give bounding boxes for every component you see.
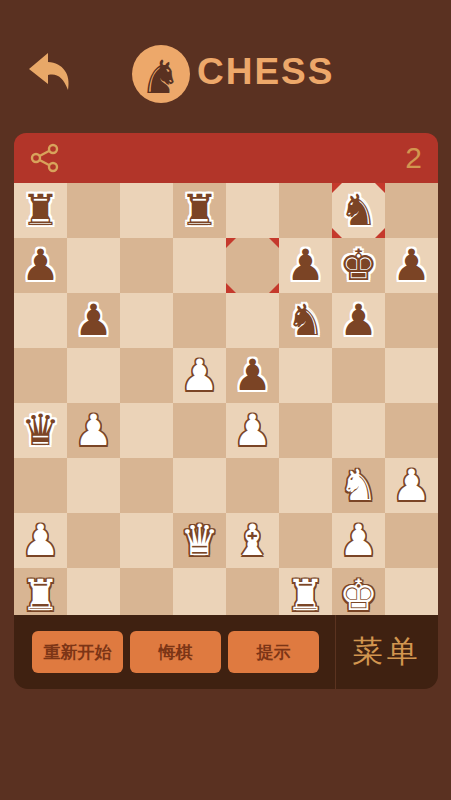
back-button[interactable] — [26, 50, 74, 94]
black-pawn: ♟ — [67, 293, 120, 348]
black-rook: ♜ — [173, 183, 226, 238]
highlight-corner-icon — [375, 183, 385, 193]
square-h4[interactable] — [385, 403, 438, 458]
square-g2[interactable]: ♟ — [332, 513, 385, 568]
square-a3[interactable] — [14, 458, 67, 513]
square-f8[interactable] — [279, 183, 332, 238]
square-f3[interactable] — [279, 458, 332, 513]
white-knight: ♞ — [332, 458, 385, 513]
black-rook: ♜ — [14, 183, 67, 238]
white-pawn: ♟ — [385, 458, 438, 513]
white-queen: ♛ — [173, 513, 226, 568]
white-pawn: ♟ — [14, 513, 67, 568]
square-f4[interactable] — [279, 403, 332, 458]
back-arrow-icon — [26, 50, 74, 94]
square-g8[interactable]: ♞ — [332, 183, 385, 238]
black-pawn: ♟ — [14, 238, 67, 293]
square-e4[interactable]: ♟ — [226, 403, 279, 458]
highlight-corner-icon — [375, 228, 385, 238]
square-a6[interactable] — [14, 293, 67, 348]
restart-button[interactable]: 重新开始 — [32, 631, 123, 673]
square-c7[interactable] — [120, 238, 173, 293]
square-f7[interactable]: ♟ — [279, 238, 332, 293]
square-h2[interactable] — [385, 513, 438, 568]
square-g6[interactable]: ♟ — [332, 293, 385, 348]
square-e3[interactable] — [226, 458, 279, 513]
square-b3[interactable] — [67, 458, 120, 513]
knight-logo-icon: ♞ — [140, 48, 181, 103]
black-pawn: ♟ — [385, 238, 438, 293]
top-bar: ♞ CHESS — [0, 0, 451, 133]
black-pawn: ♟ — [279, 238, 332, 293]
square-c8[interactable] — [120, 183, 173, 238]
square-b4[interactable]: ♟ — [67, 403, 120, 458]
square-d6[interactable] — [173, 293, 226, 348]
square-g5[interactable] — [332, 348, 385, 403]
white-pawn: ♟ — [173, 348, 226, 403]
square-b5[interactable] — [67, 348, 120, 403]
square-e8[interactable] — [226, 183, 279, 238]
white-pawn: ♟ — [226, 403, 279, 458]
highlight-corner-icon — [226, 238, 236, 248]
black-pawn: ♟ — [226, 348, 279, 403]
share-icon — [30, 143, 60, 173]
black-king: ♚ — [332, 238, 385, 293]
app-title: CHESS — [197, 51, 334, 93]
square-d5[interactable]: ♟ — [173, 348, 226, 403]
square-a2[interactable]: ♟ — [14, 513, 67, 568]
move-counter: 2 — [405, 141, 422, 175]
square-b6[interactable]: ♟ — [67, 293, 120, 348]
square-a4[interactable]: ♛ — [14, 403, 67, 458]
square-a7[interactable]: ♟ — [14, 238, 67, 293]
square-d3[interactable] — [173, 458, 226, 513]
white-pawn: ♟ — [67, 403, 120, 458]
square-a8[interactable]: ♜ — [14, 183, 67, 238]
square-e7[interactable] — [226, 238, 279, 293]
square-h6[interactable] — [385, 293, 438, 348]
square-b2[interactable] — [67, 513, 120, 568]
score-bar: 2 — [14, 133, 438, 183]
square-g3[interactable]: ♞ — [332, 458, 385, 513]
square-b8[interactable] — [67, 183, 120, 238]
hint-button[interactable]: 提示 — [228, 631, 319, 673]
square-c4[interactable] — [120, 403, 173, 458]
square-h7[interactable]: ♟ — [385, 238, 438, 293]
chess-board: ♜♜♞♟♟♚♟♟♞♟♟♟♛♟♟♞♟♟♛♝♟♜♜♚ — [14, 183, 438, 615]
black-queen: ♛ — [14, 403, 67, 458]
square-b7[interactable] — [67, 238, 120, 293]
square-f6[interactable]: ♞ — [279, 293, 332, 348]
black-knight: ♞ — [279, 293, 332, 348]
square-h3[interactable]: ♟ — [385, 458, 438, 513]
share-button[interactable] — [30, 143, 60, 173]
highlight-corner-icon — [226, 283, 236, 293]
white-bishop: ♝ — [226, 513, 279, 568]
square-c5[interactable] — [120, 348, 173, 403]
square-c2[interactable] — [120, 513, 173, 568]
highlight-corner-icon — [269, 238, 279, 248]
square-e5[interactable]: ♟ — [226, 348, 279, 403]
square-g7[interactable]: ♚ — [332, 238, 385, 293]
square-f2[interactable] — [279, 513, 332, 568]
undo-button[interactable]: 悔棋 — [130, 631, 221, 673]
square-h5[interactable] — [385, 348, 438, 403]
square-c3[interactable] — [120, 458, 173, 513]
control-bar: 重新开始 悔棋 提示 菜单 — [14, 615, 438, 689]
square-d2[interactable]: ♛ — [173, 513, 226, 568]
square-g4[interactable] — [332, 403, 385, 458]
square-c6[interactable] — [120, 293, 173, 348]
square-d8[interactable]: ♜ — [173, 183, 226, 238]
white-pawn: ♟ — [332, 513, 385, 568]
highlight-corner-icon — [332, 228, 342, 238]
black-pawn: ♟ — [332, 293, 385, 348]
app-logo: ♞ — [132, 45, 190, 103]
square-d4[interactable] — [173, 403, 226, 458]
square-d7[interactable] — [173, 238, 226, 293]
highlight-corner-icon — [269, 283, 279, 293]
square-e2[interactable]: ♝ — [226, 513, 279, 568]
highlight-corner-icon — [332, 183, 342, 193]
square-a5[interactable] — [14, 348, 67, 403]
game-card: 2 ♜♜♞♟♟♚♟♟♞♟♟♟♛♟♟♞♟♟♛♝♟♜♜♚ 重新开始 悔棋 提示 菜单 — [14, 133, 438, 689]
square-e6[interactable] — [226, 293, 279, 348]
square-h8[interactable] — [385, 183, 438, 238]
square-f5[interactable] — [279, 348, 332, 403]
menu-button[interactable]: 菜单 — [336, 615, 438, 689]
